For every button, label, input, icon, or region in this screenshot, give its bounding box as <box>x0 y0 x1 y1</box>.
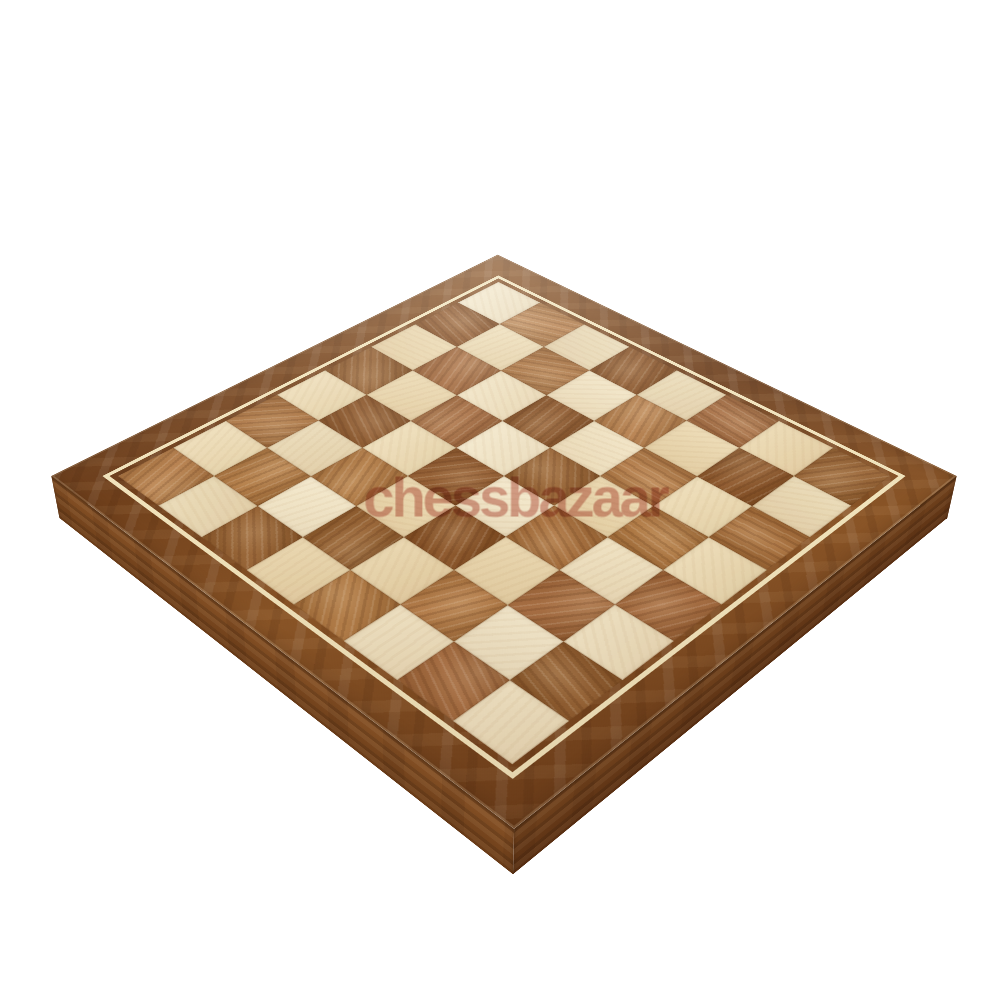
product-photo: chessbazaar <box>0 0 1000 1000</box>
